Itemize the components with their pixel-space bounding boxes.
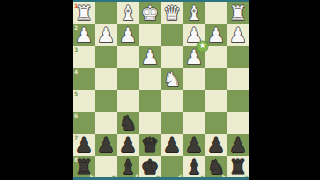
rank-label-4: 4 — [74, 68, 78, 75]
square-h6[interactable]: 6 — [73, 112, 95, 134]
square-g6[interactable] — [95, 112, 117, 134]
piece-black-knight: ♞ — [117, 112, 139, 134]
square-h2[interactable]: 2♟ — [73, 24, 95, 46]
square-h3[interactable]: 3 — [73, 46, 95, 68]
piece-white-pawn: ♟ — [95, 24, 117, 46]
square-c7[interactable]: ♟ — [183, 134, 205, 156]
rank-label-3: 3 — [74, 46, 78, 53]
square-a1[interactable]: ♜ — [227, 2, 249, 24]
rank-label-5: 5 — [74, 90, 78, 97]
piece-black-queen: ♛ — [139, 134, 161, 156]
square-b6[interactable] — [205, 112, 227, 134]
square-f2[interactable]: ♟ — [117, 24, 139, 46]
square-g4[interactable] — [95, 68, 117, 90]
square-b8[interactable]: b♞ — [205, 156, 227, 178]
square-c1[interactable]: ♝ — [183, 2, 205, 24]
best-move-badge: ★ — [197, 41, 208, 52]
square-a2[interactable]: ♟ — [227, 24, 249, 46]
square-g3[interactable] — [95, 46, 117, 68]
piece-white-pawn: ♟ — [117, 24, 139, 46]
piece-white-knight: ♞ — [161, 68, 183, 90]
square-f8[interactable]: f♝ — [117, 156, 139, 178]
piece-black-pawn: ♟ — [183, 134, 205, 156]
square-a7[interactable]: ♟ — [227, 134, 249, 156]
square-d1[interactable]: ♛ — [161, 2, 183, 24]
left-black-bar — [0, 0, 73, 180]
piece-white-bishop: ♝ — [183, 2, 205, 24]
square-a6[interactable] — [227, 112, 249, 134]
square-d3[interactable] — [161, 46, 183, 68]
square-c5[interactable] — [183, 90, 205, 112]
square-e5[interactable] — [139, 90, 161, 112]
square-c8[interactable]: c♝ — [183, 156, 205, 178]
best-move-star-icon: ★ — [199, 42, 206, 50]
square-g1[interactable] — [95, 2, 117, 24]
square-b7[interactable]: ♟ — [205, 134, 227, 156]
square-h8[interactable]: 8h♜ — [73, 156, 95, 178]
piece-white-pawn: ♟ — [227, 24, 249, 46]
square-h1[interactable]: 1♜ — [73, 2, 95, 24]
square-h5[interactable]: 5 — [73, 90, 95, 112]
piece-white-pawn: ♟ — [139, 46, 161, 68]
square-f6[interactable]: ♞ — [117, 112, 139, 134]
piece-black-pawn: ♟ — [227, 134, 249, 156]
rank-label-6: 6 — [74, 112, 78, 119]
square-e1[interactable]: ♚ — [139, 2, 161, 24]
rank-label-8: 8 — [74, 156, 78, 163]
square-b2[interactable]: ♟ — [205, 24, 227, 46]
square-b3[interactable] — [205, 46, 227, 68]
square-e2[interactable] — [139, 24, 161, 46]
rank-label-1: 1 — [74, 2, 78, 9]
piece-white-rook: ♜ — [227, 2, 249, 24]
piece-black-pawn: ♟ — [95, 134, 117, 156]
square-f3[interactable] — [117, 46, 139, 68]
board: 1♜♝♚♛♝♜2♟♟♟♟♟♟3♟♟4♞56♞7♟♟♟♛♟♟♟♟8h♜gf♝e♚d… — [73, 2, 249, 178]
square-a4[interactable] — [227, 68, 249, 90]
square-g7[interactable]: ♟ — [95, 134, 117, 156]
piece-white-bishop: ♝ — [117, 2, 139, 24]
piece-black-pawn: ♟ — [117, 134, 139, 156]
square-a3[interactable] — [227, 46, 249, 68]
rank-label-2: 2 — [74, 24, 78, 31]
square-d8[interactable]: d — [161, 156, 183, 178]
square-g2[interactable]: ♟ — [95, 24, 117, 46]
piece-white-king: ♚ — [139, 2, 161, 24]
square-e8[interactable]: e♚ — [139, 156, 161, 178]
square-d6[interactable] — [161, 112, 183, 134]
square-e6[interactable] — [139, 112, 161, 134]
square-d4[interactable]: ♞ — [161, 68, 183, 90]
square-d7[interactable]: ♟ — [161, 134, 183, 156]
bottom-teal-strip — [73, 177, 249, 180]
square-e3[interactable]: ♟ — [139, 46, 161, 68]
square-h4[interactable]: 4 — [73, 68, 95, 90]
piece-white-pawn: ♟ — [205, 24, 227, 46]
square-d2[interactable] — [161, 24, 183, 46]
square-f7[interactable]: ♟ — [117, 134, 139, 156]
square-a5[interactable] — [227, 90, 249, 112]
square-b1[interactable] — [205, 2, 227, 24]
rank-label-7: 7 — [74, 134, 78, 141]
right-black-bar — [249, 0, 320, 180]
piece-white-queen: ♛ — [161, 2, 183, 24]
square-f4[interactable] — [117, 68, 139, 90]
square-b4[interactable] — [205, 68, 227, 90]
square-f1[interactable]: ♝ — [117, 2, 139, 24]
square-f5[interactable] — [117, 90, 139, 112]
square-g5[interactable] — [95, 90, 117, 112]
square-b5[interactable] — [205, 90, 227, 112]
square-c6[interactable] — [183, 112, 205, 134]
piece-black-pawn: ♟ — [205, 134, 227, 156]
square-d5[interactable] — [161, 90, 183, 112]
square-c4[interactable] — [183, 68, 205, 90]
square-e4[interactable] — [139, 68, 161, 90]
square-a8[interactable]: a♜ — [227, 156, 249, 178]
piece-black-pawn: ♟ — [161, 134, 183, 156]
square-e7[interactable]: ♛ — [139, 134, 161, 156]
square-g8[interactable]: g — [95, 156, 117, 178]
square-h7[interactable]: 7♟ — [73, 134, 95, 156]
video-frame: 1♜♝♚♛♝♜2♟♟♟♟♟♟3♟♟4♞56♞7♟♟♟♛♟♟♟♟8h♜gf♝e♚d… — [0, 0, 320, 180]
